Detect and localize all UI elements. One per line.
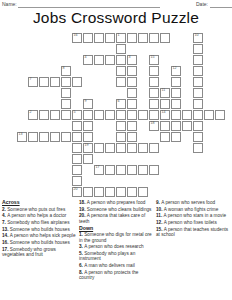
grid-cell-r10c12[interactable] <box>149 143 159 153</box>
grid-cell-r0c10[interactable] <box>127 33 137 43</box>
grid-cell-r3c14[interactable]: 12 <box>171 66 181 76</box>
grid-cell-r14c9[interactable] <box>116 187 126 197</box>
grid-cell-r1c16[interactable] <box>193 44 203 54</box>
grid-cell-r9c1[interactable] <box>28 132 38 142</box>
grid-cell-r8c10[interactable] <box>127 121 137 131</box>
grid-cell-r5c4[interactable] <box>61 88 71 98</box>
grid-cell-r4c9[interactable] <box>116 77 126 87</box>
grid-cell-r3c10[interactable] <box>127 66 137 76</box>
clue-20: 20. A persona that takes care of teeth <box>79 213 153 224</box>
grid-cell-r4c16[interactable] <box>193 77 203 87</box>
grid-cell-r5c14[interactable] <box>171 88 181 98</box>
clue-number-6: 6 <box>117 100 119 104</box>
grid-cell-r7c2[interactable] <box>39 110 49 120</box>
clue-13: 13. Someone who builds houses <box>2 227 76 233</box>
grid-cell-r7c8[interactable] <box>105 110 115 120</box>
grid-cell-r9c0[interactable]: 13 <box>17 132 27 142</box>
name-line[interactable] <box>18 7 160 8</box>
grid-cell-r2c10[interactable]: 3 <box>127 55 137 65</box>
clue-number-19: 19 <box>84 144 88 148</box>
clue-column-2: 18. A person who prepares food19. Someon… <box>79 200 153 282</box>
grid-cell-r3c9[interactable] <box>116 66 126 76</box>
header-row: Name: Date: <box>2 1 230 9</box>
grid-cell-r10c10[interactable] <box>127 143 137 153</box>
clue-2: 2. Someone who puts out fires <box>2 207 76 213</box>
grid-cell-r0c11[interactable] <box>138 33 148 43</box>
grid-cell-r8c16[interactable] <box>193 121 203 131</box>
clue-number-1: 1 <box>117 34 119 38</box>
grid-cell-r2c6[interactable]: 4 <box>83 55 93 65</box>
grid-cell-r8c14[interactable] <box>171 121 181 131</box>
grid-cell-r6c16[interactable] <box>193 99 203 109</box>
grid-cell-r7c18[interactable] <box>215 110 225 120</box>
grid-cell-r7c15[interactable] <box>182 110 192 120</box>
grid-cell-r6c10[interactable] <box>127 99 137 109</box>
grid-cell-r4c12[interactable] <box>149 77 159 87</box>
clue-number-13: 13 <box>18 133 22 137</box>
grid-cell-r9c3[interactable] <box>50 132 60 142</box>
name-label: Name: <box>2 1 17 7</box>
grid-cell-r9c6[interactable] <box>83 132 93 142</box>
grid-cell-r8c12[interactable]: 18 <box>149 121 159 131</box>
grid-cell-r0c13[interactable] <box>160 33 170 43</box>
grid-cell-r8c6[interactable] <box>83 121 93 131</box>
clue-15: 15. A person that teaches students at sc… <box>156 227 231 238</box>
grid-cell-r14c6[interactable] <box>83 187 93 197</box>
grid-cell-r12c11[interactable] <box>138 165 148 175</box>
grid-cell-r2c9[interactable] <box>116 55 126 65</box>
grid-cell-r0c5[interactable]: 16 <box>72 33 82 43</box>
grid-cell-r6c9[interactable]: 6 <box>116 99 126 109</box>
grid-cell-r7c3[interactable] <box>50 110 60 120</box>
grid-cell-r11c6[interactable] <box>83 154 93 164</box>
grid-cell-r11c5[interactable] <box>72 154 82 164</box>
grid-cell-r12c8[interactable] <box>105 165 115 175</box>
grid-cell-r0c8[interactable] <box>105 33 115 43</box>
grid-cell-r9c13[interactable] <box>160 132 170 142</box>
across-clues-header: Across <box>2 200 76 206</box>
down-clues-header: Down <box>79 226 153 232</box>
clue-number-8: 8 <box>62 67 64 71</box>
grid-cell-r14c8[interactable] <box>105 187 115 197</box>
clue-number-10: 10 <box>194 34 198 38</box>
clue-number-17: 17 <box>95 166 99 170</box>
grid-cell-r9c9[interactable] <box>116 132 126 142</box>
grid-cell-r7c13[interactable]: 14 <box>160 110 170 120</box>
grid-cell-r7c1[interactable]: 2 <box>28 110 38 120</box>
grid-cell-r9c14[interactable] <box>171 132 181 142</box>
grid-cell-r14c10[interactable] <box>127 187 137 197</box>
clue-number-20: 20 <box>73 188 77 192</box>
clue-19: 19. Someone who cleans buildings <box>79 207 153 213</box>
clue-17: 17. Somebody who grows vegetables and fr… <box>2 247 76 258</box>
clue-10: 10. A woman who fights crime <box>156 207 231 213</box>
grid-cell-r13c5[interactable] <box>72 176 82 186</box>
clue-number-9: 9 <box>84 100 86 104</box>
grid-cell-r3c4[interactable]: 8 <box>61 66 71 76</box>
clue-column-3: 9. A person who serves food10. A woman w… <box>156 200 231 282</box>
grid-cell-r5c16[interactable] <box>193 88 203 98</box>
grid-cell-r6c4[interactable] <box>61 99 71 109</box>
clue-1: 1. Someone who digs for metal ore in the… <box>79 232 153 243</box>
grid-cell-r10c8[interactable] <box>105 143 115 153</box>
clue-number-11: 11 <box>161 89 165 93</box>
grid-cell-r5c13[interactable]: 11 <box>160 88 170 98</box>
grid-cell-r4c3[interactable] <box>50 77 60 87</box>
grid-cell-r4c5[interactable] <box>72 77 82 87</box>
grid-cell-r9c16[interactable] <box>193 132 203 142</box>
grid-cell-r7c10[interactable] <box>127 110 137 120</box>
grid-cell-r10c11[interactable] <box>138 143 148 153</box>
grid-cell-r12c5[interactable] <box>72 165 82 175</box>
grid-cell-r6c13[interactable] <box>160 99 170 109</box>
grid-cell-r12c9[interactable] <box>116 165 126 175</box>
clue-14: 14. A person who helps sick people <box>2 233 76 239</box>
grid-cell-r2c16[interactable] <box>193 55 203 65</box>
clues-section: Across2. Someone who puts out fires4. A … <box>2 200 231 282</box>
clue-7: 7. Somebody who flies airplanes <box>2 220 76 226</box>
grid-cell-r1c9[interactable] <box>116 44 126 54</box>
grid-cell-r10c5[interactable] <box>72 143 82 153</box>
grid-cell-r7c12[interactable] <box>149 110 159 120</box>
grid-cell-r7c7[interactable] <box>94 110 104 120</box>
clue-number-12: 12 <box>172 67 176 71</box>
grid-cell-r4c1[interactable]: 7 <box>28 77 38 87</box>
grid-cell-r7c16[interactable] <box>193 110 203 120</box>
clue-number-7: 7 <box>29 78 31 82</box>
clue-8: 8. A person who protects the country <box>79 270 153 281</box>
grid-cell-r10c7[interactable] <box>94 143 104 153</box>
date-label: Date: <box>196 1 208 7</box>
crossword-grid: 1611043158127119625141813191720 <box>17 33 226 198</box>
clue-5: 5. Somebody who plays an instrument <box>79 251 153 262</box>
grid-cell-r10c16[interactable] <box>193 143 203 153</box>
grid-cell-r7c9[interactable] <box>116 110 126 120</box>
worksheet-page: { "header": { "name_label": "Name:", "da… <box>0 0 232 300</box>
grid-cell-r12c7[interactable]: 17 <box>94 165 104 175</box>
grid-cell-r5c10[interactable] <box>127 88 137 98</box>
grid-cell-r6c12[interactable] <box>149 99 159 109</box>
grid-cell-r12c12[interactable] <box>149 165 159 175</box>
grid-cell-r3c12[interactable] <box>149 66 159 76</box>
grid-cell-r7c17[interactable] <box>204 110 214 120</box>
grid-cell-r6c6[interactable]: 9 <box>83 99 93 109</box>
grid-cell-r10c6[interactable]: 19 <box>83 143 93 153</box>
clue-11: 11. A person who stars in a movie <box>156 213 231 219</box>
clue-number-16: 16 <box>73 34 77 38</box>
grid-cell-r4c2[interactable] <box>39 77 49 87</box>
grid-cell-r5c12[interactable] <box>149 88 159 98</box>
clue-16: 16. Someone who builds houses <box>2 240 76 246</box>
grid-cell-r7c4[interactable] <box>61 110 71 120</box>
clue-3: 3. A person who does research <box>79 244 153 250</box>
clue-number-2: 2 <box>29 111 31 115</box>
grid-cell-r0c16[interactable]: 10 <box>193 33 203 43</box>
clue-number-4: 4 <box>84 56 86 60</box>
grid-cell-r10c9[interactable] <box>116 143 126 153</box>
grid-cell-r8c5[interactable] <box>72 121 82 131</box>
grid-cell-r9c10[interactable] <box>127 132 137 142</box>
page-title: Jobs Crossword Puzzle <box>0 9 232 27</box>
grid-cell-r14c11[interactable] <box>138 187 148 197</box>
date-line[interactable] <box>210 7 232 8</box>
clue-12: 12. A person who fixes toilets <box>156 220 231 226</box>
grid-cell-r2c7[interactable] <box>94 55 104 65</box>
grid-cell-r2c8[interactable] <box>105 55 115 65</box>
clue-number-5: 5 <box>73 111 75 115</box>
grid-cell-r9c2[interactable] <box>39 132 49 142</box>
grid-cell-r12c10[interactable] <box>127 165 137 175</box>
grid-cell-r9c4[interactable] <box>61 132 71 142</box>
clue-number-18: 18 <box>150 122 154 126</box>
grid-cell-r0c7[interactable] <box>94 33 104 43</box>
grid-cell-r4c4[interactable] <box>61 77 71 87</box>
clue-number-15: 15 <box>150 56 154 60</box>
grid-cell-r9c5[interactable] <box>72 132 82 142</box>
grid-cell-r2c12[interactable]: 15 <box>149 55 159 65</box>
grid-cell-r8c15[interactable] <box>182 121 192 131</box>
grid-cell-r7c14[interactable] <box>171 110 181 120</box>
grid-cell-r4c10[interactable] <box>127 77 137 87</box>
clue-6: 6. A man who delivers mail <box>79 263 153 269</box>
grid-cell-r14c5[interactable]: 20 <box>72 187 82 197</box>
grid-cell-r3c16[interactable] <box>193 66 203 76</box>
clue-4: 4. A person who helps a doctor <box>2 213 76 219</box>
grid-cell-r7c5[interactable]: 5 <box>72 110 82 120</box>
grid-cell-r0c9[interactable]: 1 <box>116 33 126 43</box>
grid-cell-r0c12[interactable] <box>149 33 159 43</box>
clue-18: 18. A person who prepares food <box>79 200 153 206</box>
grid-cell-r14c7[interactable] <box>94 187 104 197</box>
clue-number-14: 14 <box>161 111 165 115</box>
grid-cell-r8c13[interactable] <box>160 121 170 131</box>
clue-9: 9. A person who serves food <box>156 200 231 206</box>
grid-cell-r6c14[interactable] <box>171 99 181 109</box>
grid-cell-r7c6[interactable] <box>83 110 93 120</box>
grid-cell-r7c11[interactable] <box>138 110 148 120</box>
clue-column-1: Across2. Someone who puts out fires4. A … <box>2 200 76 282</box>
grid-cell-r0c6[interactable] <box>83 33 93 43</box>
grid-cell-r4c14[interactable] <box>171 77 181 87</box>
clue-number-3: 3 <box>128 56 130 60</box>
grid-cell-r8c9[interactable] <box>116 121 126 131</box>
